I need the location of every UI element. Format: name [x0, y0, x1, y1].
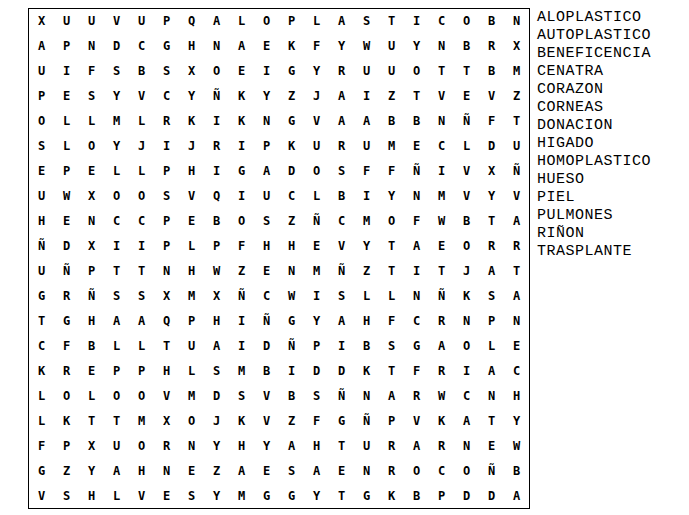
grid-cell[interactable]: E: [254, 34, 279, 59]
grid-cell[interactable]: R: [404, 383, 429, 408]
grid-cell[interactable]: M: [129, 408, 154, 433]
grid-cell[interactable]: A: [329, 109, 354, 134]
grid-cell[interactable]: M: [504, 59, 529, 84]
grid-cell[interactable]: Z: [54, 458, 79, 483]
grid-cell[interactable]: L: [104, 333, 129, 358]
grid-cell[interactable]: Y: [379, 184, 404, 209]
grid-cell[interactable]: H: [154, 358, 179, 383]
grid-cell[interactable]: A: [229, 34, 254, 59]
grid-cell[interactable]: T: [479, 408, 504, 433]
grid-cell[interactable]: V: [454, 184, 479, 209]
grid-cell[interactable]: R: [429, 433, 454, 458]
grid-cell[interactable]: V: [254, 408, 279, 433]
grid-cell[interactable]: N: [504, 9, 529, 34]
grid-cell[interactable]: A: [129, 308, 154, 333]
grid-cell[interactable]: V: [129, 483, 154, 508]
grid-cell[interactable]: F: [229, 234, 254, 259]
grid-cell[interactable]: E: [29, 159, 54, 184]
grid-cell[interactable]: G: [29, 283, 54, 308]
grid-cell[interactable]: Y: [204, 433, 229, 458]
grid-cell[interactable]: B: [129, 59, 154, 84]
grid-cell[interactable]: R: [154, 433, 179, 458]
grid-cell[interactable]: Y: [504, 408, 529, 433]
grid-cell[interactable]: N: [454, 433, 479, 458]
grid-cell[interactable]: T: [504, 109, 529, 134]
grid-cell[interactable]: N: [254, 109, 279, 134]
grid-cell[interactable]: N: [404, 283, 429, 308]
grid-cell[interactable]: T: [154, 333, 179, 358]
grid-cell[interactable]: P: [129, 358, 154, 383]
grid-cell[interactable]: U: [29, 259, 54, 284]
grid-cell[interactable]: E: [479, 433, 504, 458]
grid-cell[interactable]: Z: [279, 209, 304, 234]
grid-cell[interactable]: T: [479, 209, 504, 234]
grid-cell[interactable]: M: [429, 184, 454, 209]
grid-cell[interactable]: R: [204, 134, 229, 159]
grid-cell[interactable]: N: [429, 109, 454, 134]
grid-cell[interactable]: Ñ: [354, 408, 379, 433]
grid-cell[interactable]: I: [404, 9, 429, 34]
grid-cell[interactable]: J: [179, 134, 204, 159]
grid-cell[interactable]: N: [79, 34, 104, 59]
grid-cell[interactable]: L: [129, 109, 154, 134]
grid-cell[interactable]: N: [454, 308, 479, 333]
grid-cell[interactable]: K: [279, 34, 304, 59]
grid-cell[interactable]: N: [404, 184, 429, 209]
grid-cell[interactable]: X: [154, 408, 179, 433]
grid-cell[interactable]: G: [329, 408, 354, 433]
grid-cell[interactable]: T: [429, 259, 454, 284]
grid-cell[interactable]: G: [279, 308, 304, 333]
grid-cell[interactable]: Ñ: [329, 259, 354, 284]
grid-cell[interactable]: X: [179, 59, 204, 84]
grid-cell[interactable]: O: [454, 234, 479, 259]
grid-cell[interactable]: T: [379, 358, 404, 383]
grid-cell[interactable]: F: [29, 433, 54, 458]
grid-cell[interactable]: V: [179, 184, 204, 209]
grid-cell[interactable]: M: [229, 358, 254, 383]
grid-cell[interactable]: W: [429, 209, 454, 234]
grid-cell[interactable]: E: [254, 259, 279, 284]
grid-cell[interactable]: T: [329, 433, 354, 458]
grid-cell[interactable]: D: [104, 34, 129, 59]
grid-cell[interactable]: Z: [504, 84, 529, 109]
grid-cell[interactable]: P: [154, 9, 179, 34]
grid-cell[interactable]: I: [354, 84, 379, 109]
grid-cell[interactable]: U: [379, 59, 404, 84]
grid-cell[interactable]: I: [354, 184, 379, 209]
grid-cell[interactable]: Y: [204, 483, 229, 508]
grid-cell[interactable]: M: [304, 259, 329, 284]
grid-cell[interactable]: B: [454, 34, 479, 59]
grid-cell[interactable]: S: [79, 84, 104, 109]
grid-cell[interactable]: I: [229, 134, 254, 159]
grid-cell[interactable]: K: [229, 109, 254, 134]
grid-cell[interactable]: B: [479, 59, 504, 84]
grid-cell[interactable]: V: [29, 483, 54, 508]
grid-cell[interactable]: X: [479, 159, 504, 184]
grid-cell[interactable]: Z: [204, 458, 229, 483]
grid-cell[interactable]: M: [104, 109, 129, 134]
grid-cell[interactable]: S: [154, 184, 179, 209]
grid-cell[interactable]: P: [104, 358, 129, 383]
grid-cell[interactable]: N: [354, 383, 379, 408]
grid-cell[interactable]: S: [129, 283, 154, 308]
grid-cell[interactable]: L: [179, 234, 204, 259]
grid-cell[interactable]: P: [154, 159, 179, 184]
grid-cell[interactable]: V: [429, 84, 454, 109]
grid-cell[interactable]: T: [129, 259, 154, 284]
grid-cell[interactable]: O: [454, 333, 479, 358]
grid-cell[interactable]: Y: [329, 34, 354, 59]
grid-cell[interactable]: N: [479, 383, 504, 408]
grid-cell[interactable]: L: [179, 358, 204, 383]
grid-cell[interactable]: E: [229, 59, 254, 84]
grid-cell[interactable]: B: [379, 109, 404, 134]
grid-cell[interactable]: B: [479, 9, 504, 34]
grid-cell[interactable]: Ñ: [79, 283, 104, 308]
grid-cell[interactable]: A: [204, 9, 229, 34]
grid-cell[interactable]: A: [479, 358, 504, 383]
grid-cell[interactable]: L: [454, 134, 479, 159]
grid-cell[interactable]: K: [454, 283, 479, 308]
grid-cell[interactable]: Ñ: [304, 209, 329, 234]
grid-cell[interactable]: Z: [279, 408, 304, 433]
grid-cell[interactable]: U: [29, 184, 54, 209]
grid-cell[interactable]: O: [29, 109, 54, 134]
grid-cell[interactable]: R: [379, 458, 404, 483]
grid-cell[interactable]: L: [129, 159, 154, 184]
grid-cell[interactable]: F: [404, 358, 429, 383]
grid-cell[interactable]: O: [179, 408, 204, 433]
grid-cell[interactable]: R: [54, 358, 79, 383]
grid-cell[interactable]: X: [79, 234, 104, 259]
grid-cell[interactable]: U: [129, 9, 154, 34]
grid-cell[interactable]: P: [54, 34, 79, 59]
grid-cell[interactable]: G: [29, 458, 54, 483]
grid-cell[interactable]: P: [379, 408, 404, 433]
grid-cell[interactable]: W: [54, 184, 79, 209]
grid-cell[interactable]: D: [54, 234, 79, 259]
grid-cell[interactable]: B: [329, 184, 354, 209]
grid-cell[interactable]: T: [454, 59, 479, 84]
grid-cell[interactable]: T: [29, 308, 54, 333]
grid-cell[interactable]: D: [254, 333, 279, 358]
grid-cell[interactable]: U: [354, 433, 379, 458]
grid-cell[interactable]: M: [179, 383, 204, 408]
grid-cell[interactable]: L: [104, 159, 129, 184]
grid-cell[interactable]: Z: [354, 259, 379, 284]
grid-cell[interactable]: U: [304, 134, 329, 159]
grid-cell[interactable]: L: [54, 134, 79, 159]
grid-cell[interactable]: Y: [104, 84, 129, 109]
grid-cell[interactable]: S: [329, 159, 354, 184]
grid-cell[interactable]: A: [104, 458, 129, 483]
grid-cell[interactable]: N: [79, 209, 104, 234]
grid-cell[interactable]: B: [279, 383, 304, 408]
grid-cell[interactable]: F: [354, 159, 379, 184]
grid-cell[interactable]: P: [29, 84, 54, 109]
grid-cell[interactable]: O: [54, 383, 79, 408]
grid-cell[interactable]: P: [54, 159, 79, 184]
grid-cell[interactable]: G: [354, 483, 379, 508]
grid-cell[interactable]: A: [279, 433, 304, 458]
grid-cell[interactable]: T: [379, 9, 404, 34]
grid-cell[interactable]: R: [379, 433, 404, 458]
grid-cell[interactable]: N: [354, 458, 379, 483]
grid-cell[interactable]: Ñ: [29, 234, 54, 259]
grid-cell[interactable]: J: [454, 259, 479, 284]
grid-cell[interactable]: S: [104, 283, 129, 308]
grid-cell[interactable]: A: [404, 234, 429, 259]
grid-cell[interactable]: V: [479, 84, 504, 109]
grid-cell[interactable]: Y: [254, 433, 279, 458]
grid-cell[interactable]: A: [329, 9, 354, 34]
grid-cell[interactable]: H: [254, 234, 279, 259]
grid-cell[interactable]: G: [279, 59, 304, 84]
grid-cell[interactable]: M: [179, 283, 204, 308]
grid-cell[interactable]: I: [104, 234, 129, 259]
grid-cell[interactable]: L: [479, 333, 504, 358]
grid-cell[interactable]: H: [179, 259, 204, 284]
grid-cell[interactable]: R: [429, 308, 454, 333]
grid-cell[interactable]: O: [454, 9, 479, 34]
grid-cell[interactable]: A: [429, 333, 454, 358]
grid-cell[interactable]: O: [304, 159, 329, 184]
grid-cell[interactable]: Y: [179, 84, 204, 109]
grid-cell[interactable]: C: [329, 209, 354, 234]
grid-cell[interactable]: G: [54, 308, 79, 333]
grid-cell[interactable]: G: [279, 483, 304, 508]
grid-cell[interactable]: R: [54, 283, 79, 308]
grid-cell[interactable]: B: [454, 209, 479, 234]
grid-cell[interactable]: E: [179, 458, 204, 483]
grid-cell[interactable]: J: [129, 134, 154, 159]
grid-cell[interactable]: F: [404, 209, 429, 234]
grid-cell[interactable]: V: [304, 109, 329, 134]
grid-cell[interactable]: Q: [204, 184, 229, 209]
grid-cell[interactable]: O: [79, 134, 104, 159]
grid-cell[interactable]: A: [479, 259, 504, 284]
grid-cell[interactable]: C: [29, 333, 54, 358]
grid-cell[interactable]: A: [454, 408, 479, 433]
grid-cell[interactable]: T: [429, 59, 454, 84]
grid-cell[interactable]: F: [304, 408, 329, 433]
grid-cell[interactable]: Ñ: [404, 159, 429, 184]
grid-cell[interactable]: Ñ: [329, 383, 354, 408]
grid-cell[interactable]: P: [479, 308, 504, 333]
grid-cell[interactable]: G: [254, 483, 279, 508]
grid-cell[interactable]: C: [129, 209, 154, 234]
grid-cell[interactable]: E: [454, 84, 479, 109]
grid-cell[interactable]: J: [204, 408, 229, 433]
grid-cell[interactable]: W: [504, 433, 529, 458]
grid-cell[interactable]: O: [104, 383, 129, 408]
grid-cell[interactable]: I: [129, 234, 154, 259]
grid-cell[interactable]: E: [79, 358, 104, 383]
grid-cell[interactable]: T: [379, 234, 404, 259]
grid-cell[interactable]: E: [179, 209, 204, 234]
grid-cell[interactable]: Y: [254, 84, 279, 109]
grid-cell[interactable]: X: [29, 9, 54, 34]
grid-cell[interactable]: A: [354, 109, 379, 134]
grid-cell[interactable]: V: [404, 408, 429, 433]
grid-cell[interactable]: Ñ: [429, 283, 454, 308]
grid-cell[interactable]: B: [79, 333, 104, 358]
grid-cell[interactable]: H: [229, 433, 254, 458]
grid-cell[interactable]: S: [279, 458, 304, 483]
grid-cell[interactable]: Ñ: [504, 159, 529, 184]
grid-cell[interactable]: I: [429, 159, 454, 184]
grid-cell[interactable]: D: [479, 483, 504, 508]
grid-cell[interactable]: I: [454, 358, 479, 383]
grid-cell[interactable]: E: [504, 333, 529, 358]
grid-cell[interactable]: F: [54, 333, 79, 358]
grid-cell[interactable]: T: [79, 408, 104, 433]
grid-cell[interactable]: R: [154, 109, 179, 134]
grid-cell[interactable]: R: [329, 59, 354, 84]
grid-cell[interactable]: Z: [279, 84, 304, 109]
grid-cell[interactable]: D: [479, 134, 504, 159]
grid-cell[interactable]: I: [254, 59, 279, 84]
grid-cell[interactable]: L: [79, 383, 104, 408]
grid-cell[interactable]: O: [129, 383, 154, 408]
grid-cell[interactable]: C: [429, 9, 454, 34]
grid-cell[interactable]: J: [304, 84, 329, 109]
grid-cell[interactable]: S: [479, 283, 504, 308]
grid-cell[interactable]: W: [354, 34, 379, 59]
grid-cell[interactable]: Y: [79, 458, 104, 483]
grid-cell[interactable]: V: [104, 9, 129, 34]
grid-cell[interactable]: O: [104, 184, 129, 209]
grid-cell[interactable]: S: [254, 209, 279, 234]
grid-cell[interactable]: U: [104, 433, 129, 458]
grid-cell[interactable]: F: [379, 159, 404, 184]
grid-cell[interactable]: V: [254, 383, 279, 408]
grid-cell[interactable]: N: [429, 34, 454, 59]
grid-cell[interactable]: B: [404, 109, 429, 134]
grid-cell[interactable]: D: [304, 358, 329, 383]
grid-cell[interactable]: D: [279, 159, 304, 184]
grid-cell[interactable]: K: [229, 84, 254, 109]
grid-cell[interactable]: X: [79, 433, 104, 458]
grid-cell[interactable]: S: [179, 483, 204, 508]
grid-cell[interactable]: M: [379, 134, 404, 159]
grid-cell[interactable]: V: [329, 234, 354, 259]
grid-cell[interactable]: A: [29, 34, 54, 59]
grid-cell[interactable]: X: [79, 184, 104, 209]
grid-cell[interactable]: O: [204, 59, 229, 84]
grid-cell[interactable]: K: [179, 109, 204, 134]
grid-cell[interactable]: Y: [304, 308, 329, 333]
grid-cell[interactable]: E: [304, 234, 329, 259]
grid-cell[interactable]: W: [279, 283, 304, 308]
grid-cell[interactable]: U: [379, 34, 404, 59]
grid-cell[interactable]: C: [129, 34, 154, 59]
grid-cell[interactable]: X: [154, 283, 179, 308]
grid-cell[interactable]: P: [154, 234, 179, 259]
grid-cell[interactable]: P: [79, 259, 104, 284]
grid-cell[interactable]: U: [354, 59, 379, 84]
grid-cell[interactable]: T: [104, 408, 129, 433]
grid-cell[interactable]: E: [154, 483, 179, 508]
grid-cell[interactable]: H: [204, 308, 229, 333]
grid-cell[interactable]: V: [504, 184, 529, 209]
grid-cell[interactable]: Z: [229, 259, 254, 284]
grid-cell[interactable]: S: [354, 9, 379, 34]
grid-cell[interactable]: I: [54, 59, 79, 84]
grid-cell[interactable]: Ñ: [204, 84, 229, 109]
grid-cell[interactable]: O: [229, 209, 254, 234]
grid-cell[interactable]: R: [479, 34, 504, 59]
grid-cell[interactable]: U: [54, 9, 79, 34]
grid-cell[interactable]: L: [104, 483, 129, 508]
grid-cell[interactable]: K: [29, 358, 54, 383]
grid-cell[interactable]: I: [154, 134, 179, 159]
grid-cell[interactable]: E: [329, 458, 354, 483]
grid-cell[interactable]: C: [429, 134, 454, 159]
grid-cell[interactable]: B: [204, 209, 229, 234]
grid-cell[interactable]: S: [104, 59, 129, 84]
grid-cell[interactable]: L: [29, 408, 54, 433]
grid-cell[interactable]: S: [154, 59, 179, 84]
grid-cell[interactable]: H: [79, 483, 104, 508]
grid-cell[interactable]: H: [179, 34, 204, 59]
grid-cell[interactable]: U: [254, 184, 279, 209]
grid-cell[interactable]: B: [254, 358, 279, 383]
grid-cell[interactable]: P: [279, 9, 304, 34]
grid-cell[interactable]: Z: [379, 84, 404, 109]
grid-cell[interactable]: U: [179, 333, 204, 358]
grid-cell[interactable]: S: [304, 383, 329, 408]
grid-cell[interactable]: U: [504, 134, 529, 159]
grid-cell[interactable]: E: [79, 159, 104, 184]
grid-cell[interactable]: Y: [304, 483, 329, 508]
grid-cell[interactable]: I: [204, 159, 229, 184]
grid-cell[interactable]: Y: [479, 184, 504, 209]
grid-cell[interactable]: O: [404, 458, 429, 483]
grid-cell[interactable]: P: [429, 483, 454, 508]
grid-cell[interactable]: H: [304, 433, 329, 458]
grid-cell[interactable]: H: [354, 308, 379, 333]
grid-cell[interactable]: P: [204, 234, 229, 259]
grid-cell[interactable]: A: [304, 458, 329, 483]
grid-cell[interactable]: X: [504, 34, 529, 59]
grid-cell[interactable]: L: [379, 283, 404, 308]
grid-cell[interactable]: N: [504, 308, 529, 333]
grid-cell[interactable]: Y: [304, 59, 329, 84]
grid-cell[interactable]: W: [429, 383, 454, 408]
grid-cell[interactable]: C: [279, 184, 304, 209]
grid-cell[interactable]: H: [29, 209, 54, 234]
grid-cell[interactable]: A: [379, 383, 404, 408]
grid-cell[interactable]: E: [54, 84, 79, 109]
grid-cell[interactable]: Ñ: [279, 333, 304, 358]
grid-cell[interactable]: L: [354, 283, 379, 308]
grid-cell[interactable]: Ñ: [254, 308, 279, 333]
grid-cell[interactable]: I: [279, 358, 304, 383]
grid-cell[interactable]: F: [379, 308, 404, 333]
grid-cell[interactable]: C: [504, 358, 529, 383]
grid-cell[interactable]: I: [404, 259, 429, 284]
grid-cell[interactable]: W: [204, 259, 229, 284]
grid-cell[interactable]: O: [254, 9, 279, 34]
grid-cell[interactable]: K: [354, 358, 379, 383]
grid-cell[interactable]: C: [154, 84, 179, 109]
grid-cell[interactable]: Y: [404, 34, 429, 59]
grid-cell[interactable]: V: [154, 383, 179, 408]
grid-cell[interactable]: N: [179, 433, 204, 458]
